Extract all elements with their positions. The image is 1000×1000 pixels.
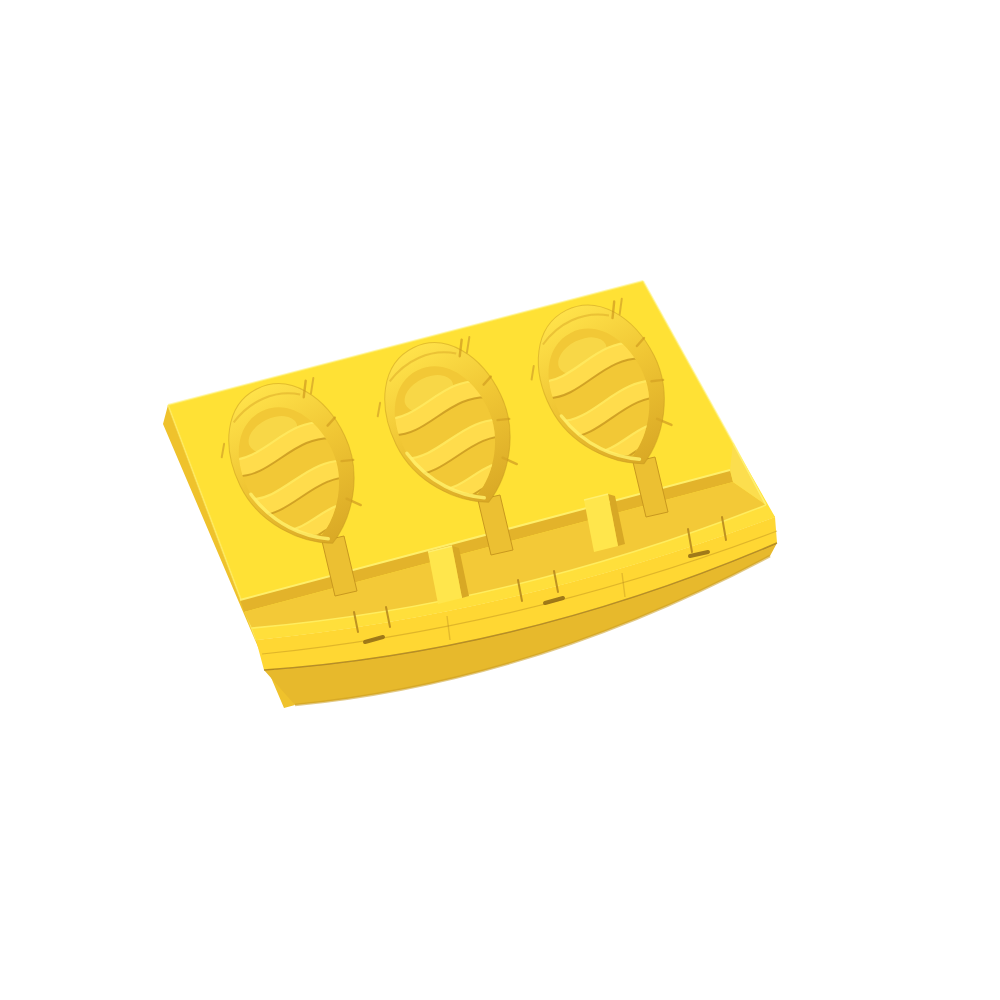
mold-tray xyxy=(163,281,777,708)
product-photo xyxy=(0,0,1000,1000)
mold-illustration xyxy=(0,0,1000,1000)
